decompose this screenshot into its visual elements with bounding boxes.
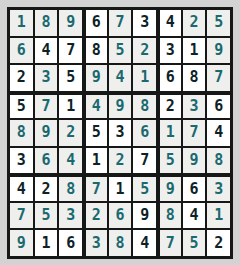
cell-r8c6[interactable]: 9 (133, 203, 156, 229)
cell-r5c4[interactable]: 5 (84, 120, 107, 146)
cell-r1c7[interactable]: 4 (158, 10, 181, 36)
cell-r4c1[interactable]: 5 (10, 93, 33, 119)
cell-r1c2[interactable]: 8 (35, 10, 58, 36)
cell-r2c3[interactable]: 7 (59, 38, 82, 64)
cell-r6c3[interactable]: 4 (59, 148, 82, 174)
cell-r8c7[interactable]: 8 (158, 203, 181, 229)
cell-r3c2[interactable]: 3 (35, 65, 58, 91)
cell-r6c1[interactable]: 3 (10, 148, 33, 174)
cell-r7c7[interactable]: 9 (158, 175, 181, 201)
cell-r8c4[interactable]: 2 (84, 203, 107, 229)
cell-r7c5[interactable]: 1 (109, 175, 132, 201)
sudoku-page: 1896734256478523192359416875714982368925… (0, 0, 240, 265)
cell-r2c7[interactable]: 3 (158, 38, 181, 64)
cell-r7c1[interactable]: 4 (10, 175, 33, 201)
cell-r8c5[interactable]: 6 (109, 203, 132, 229)
cell-r7c9[interactable]: 3 (207, 175, 230, 201)
cell-r3c8[interactable]: 8 (183, 65, 206, 91)
cell-r4c7[interactable]: 2 (158, 93, 181, 119)
cell-r8c2[interactable]: 5 (35, 203, 58, 229)
cell-r5c7[interactable]: 1 (158, 120, 181, 146)
cell-r5c2[interactable]: 9 (35, 120, 58, 146)
cell-r4c3[interactable]: 1 (59, 93, 82, 119)
cell-r9c2[interactable]: 1 (35, 230, 58, 256)
cell-r9c9[interactable]: 2 (207, 230, 230, 256)
cell-r6c8[interactable]: 9 (183, 148, 206, 174)
cell-r9c4[interactable]: 3 (84, 230, 107, 256)
cell-r2c4[interactable]: 8 (84, 38, 107, 64)
cell-r5c6[interactable]: 6 (133, 120, 156, 146)
cell-r9c6[interactable]: 4 (133, 230, 156, 256)
cell-r4c4[interactable]: 4 (84, 93, 107, 119)
cell-r6c6[interactable]: 7 (133, 148, 156, 174)
cell-r7c2[interactable]: 2 (35, 175, 58, 201)
cell-r9c8[interactable]: 5 (183, 230, 206, 256)
cell-r7c3[interactable]: 8 (59, 175, 82, 201)
cell-r2c8[interactable]: 1 (183, 38, 206, 64)
cell-r1c6[interactable]: 3 (133, 10, 156, 36)
cell-r6c7[interactable]: 5 (158, 148, 181, 174)
cell-r2c2[interactable]: 4 (35, 38, 58, 64)
cell-r3c9[interactable]: 7 (207, 65, 230, 91)
cell-r1c8[interactable]: 2 (183, 10, 206, 36)
cell-r1c5[interactable]: 7 (109, 10, 132, 36)
cell-r3c4[interactable]: 9 (84, 65, 107, 91)
cell-r1c3[interactable]: 9 (59, 10, 82, 36)
cell-r8c9[interactable]: 1 (207, 203, 230, 229)
cell-r2c1[interactable]: 6 (10, 38, 33, 64)
cell-r2c5[interactable]: 5 (109, 38, 132, 64)
cell-r3c1[interactable]: 2 (10, 65, 33, 91)
cell-r8c1[interactable]: 7 (10, 203, 33, 229)
cell-r4c5[interactable]: 9 (109, 93, 132, 119)
cell-r3c6[interactable]: 1 (133, 65, 156, 91)
cell-r8c3[interactable]: 3 (59, 203, 82, 229)
cell-r2c9[interactable]: 9 (207, 38, 230, 64)
cell-r3c3[interactable]: 5 (59, 65, 82, 91)
cell-r7c8[interactable]: 6 (183, 175, 206, 201)
cell-r1c1[interactable]: 1 (10, 10, 33, 36)
cell-r1c9[interactable]: 5 (207, 10, 230, 36)
cell-r5c1[interactable]: 8 (10, 120, 33, 146)
cell-r6c5[interactable]: 2 (109, 148, 132, 174)
cell-r6c2[interactable]: 6 (35, 148, 58, 174)
cell-r7c4[interactable]: 7 (84, 175, 107, 201)
cell-r5c5[interactable]: 3 (109, 120, 132, 146)
cell-r2c6[interactable]: 2 (133, 38, 156, 64)
cell-r3c5[interactable]: 4 (109, 65, 132, 91)
cell-r4c9[interactable]: 6 (207, 93, 230, 119)
cell-r5c3[interactable]: 2 (59, 120, 82, 146)
cell-r6c9[interactable]: 8 (207, 148, 230, 174)
cell-r9c7[interactable]: 7 (158, 230, 181, 256)
cell-r7c6[interactable]: 5 (133, 175, 156, 201)
cell-r4c6[interactable]: 8 (133, 93, 156, 119)
cell-r5c9[interactable]: 4 (207, 120, 230, 146)
cell-r8c8[interactable]: 4 (183, 203, 206, 229)
cell-r9c3[interactable]: 6 (59, 230, 82, 256)
cell-r1c4[interactable]: 6 (84, 10, 107, 36)
cell-r4c8[interactable]: 3 (183, 93, 206, 119)
cell-r9c5[interactable]: 8 (109, 230, 132, 256)
cell-r6c4[interactable]: 1 (84, 148, 107, 174)
sudoku-board: 1896734256478523192359416875714982368925… (7, 7, 233, 259)
cell-r4c2[interactable]: 7 (35, 93, 58, 119)
cell-r5c8[interactable]: 7 (183, 120, 206, 146)
cell-r9c1[interactable]: 9 (10, 230, 33, 256)
cell-r3c7[interactable]: 6 (158, 65, 181, 91)
